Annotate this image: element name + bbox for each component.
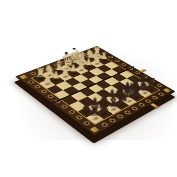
brass-ring-ornament-icon [144,99,151,103]
brass-ring-ornament-icon [113,59,119,62]
brass-ring-ornament-icon [130,106,138,111]
brass-ring-ornament-icon [33,85,40,89]
brass-ring-ornament-icon [115,114,123,119]
brass-ring-ornament-icon [27,80,34,84]
brass-ring-ornament-icon [151,95,158,99]
brass-ring-ornament-icon [46,94,54,98]
brass-ring-ornament-icon [40,89,47,93]
brass-ring-ornament-icon [157,92,164,96]
brass-ring-ornament-icon [120,63,126,66]
brass-ring-ornament-icon [123,110,131,115]
brass-ring-ornament-icon [137,103,144,107]
brass-ring-ornament-icon [67,110,75,115]
white-pawn-a2[interactable]: ♟ [42,74,53,84]
brass-ring-ornament-icon [82,121,90,126]
brass-corner-plate [90,126,100,132]
brass-ring-ornament-icon [74,115,82,120]
brass-ring-ornament-icon [100,122,108,127]
brass-ring-ornament-icon [108,118,116,123]
black-rook-a8[interactable]: ♜ [89,105,102,118]
brass-ring-ornament-icon [60,104,68,109]
